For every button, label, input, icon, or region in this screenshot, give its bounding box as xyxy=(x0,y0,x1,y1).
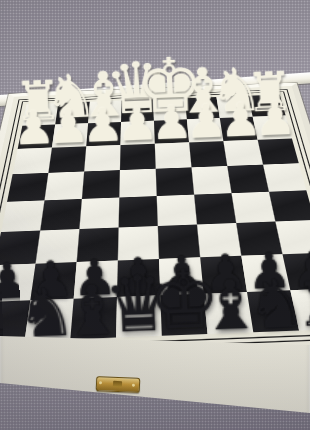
square: ♝ xyxy=(70,297,117,339)
square xyxy=(194,193,236,224)
square: ♝ xyxy=(204,292,254,334)
square xyxy=(1,200,44,232)
square: ♟ xyxy=(74,261,118,299)
square xyxy=(191,166,231,195)
square: ♟ xyxy=(86,122,121,146)
square: ♟ xyxy=(159,257,204,295)
square xyxy=(223,140,263,166)
board-margin: ♜♞♝♛♚♝♞♜♟♟♟♟♟♟♟♟♟♟♟♟♟♟♟♟♜♞♝♛♚♝♞♜ xyxy=(0,86,310,361)
brass-clasp xyxy=(96,376,141,393)
square: ♟ xyxy=(220,117,258,141)
square xyxy=(197,223,241,257)
square: ♟ xyxy=(253,116,292,140)
chess-box-lid: ♜♞♝♛♚♝♞♜♟♟♟♟♟♟♟♟♟♟♟♟♟♟♟♟♜♞♝♛♚♝♞♜ xyxy=(0,83,310,369)
square: ♞ xyxy=(55,102,90,125)
square: ♟ xyxy=(154,119,189,143)
square xyxy=(79,197,119,229)
square xyxy=(157,195,197,226)
square xyxy=(84,145,120,171)
square: ♛ xyxy=(116,295,162,337)
square: ♜ xyxy=(22,103,58,126)
square xyxy=(119,196,158,227)
square: ♚ xyxy=(160,294,207,336)
chess-set-photo: ♜♞♝♛♚♝♞♜♟♟♟♟♟♟♟♟♟♟♟♟♟♟♟♟♜♞♝♛♚♝♞♜ xyxy=(0,0,310,430)
square xyxy=(36,229,80,264)
square xyxy=(155,142,192,168)
square: ♟ xyxy=(200,256,247,294)
square xyxy=(275,220,310,254)
square: ♝ xyxy=(88,101,121,124)
square xyxy=(13,148,52,175)
square xyxy=(77,227,119,262)
square: ♞ xyxy=(216,96,252,118)
square: ♝ xyxy=(185,97,220,119)
board-grid: ♜♞♝♛♚♝♞♜♟♟♟♟♟♟♟♟♟♟♟♟♟♟♟♟♜♞♝♛♚♝♞♜ xyxy=(0,95,310,343)
square: ♟ xyxy=(18,124,56,149)
square: ♟ xyxy=(52,123,88,147)
square: ♞ xyxy=(25,299,74,341)
square xyxy=(120,144,156,170)
square: ♟ xyxy=(187,118,223,142)
white-rook: ♜ xyxy=(244,65,294,120)
square xyxy=(158,224,200,258)
square xyxy=(263,163,306,192)
square xyxy=(258,138,299,164)
square xyxy=(48,146,86,173)
square xyxy=(227,165,269,194)
square: ♟ xyxy=(30,262,76,300)
square: ♜ xyxy=(248,95,285,117)
square: ♟ xyxy=(121,121,155,145)
border-line-outer: ♜♞♝♛♚♝♞♜♟♟♟♟♟♟♟♟♟♟♟♟♟♟♟♟♜♞♝♛♚♝♞♜ xyxy=(0,89,310,354)
square xyxy=(269,190,310,221)
square: ♟ xyxy=(117,259,160,297)
square: ♛ xyxy=(121,99,154,122)
square xyxy=(7,173,48,202)
square xyxy=(0,231,40,266)
square xyxy=(44,171,84,200)
square xyxy=(119,169,156,198)
square xyxy=(82,170,120,199)
border-line-inner: ♜♞♝♛♚♝♞♜♟♟♟♟♟♟♟♟♟♟♟♟♟♟♟♟♜♞♝♛♚♝♞♜ xyxy=(0,92,310,350)
square: ♚ xyxy=(153,98,187,120)
square xyxy=(189,141,227,167)
square xyxy=(118,226,159,261)
square xyxy=(232,192,276,223)
square xyxy=(40,199,82,231)
square xyxy=(156,167,194,196)
